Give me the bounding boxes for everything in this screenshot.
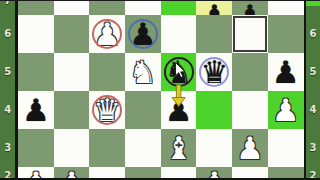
square-g4[interactable] bbox=[232, 91, 268, 129]
square-g3[interactable]: ♟ bbox=[232, 129, 268, 167]
white-bishop[interactable]: ♝ bbox=[161, 129, 197, 167]
board-right-border bbox=[303, 0, 306, 180]
white-pawn[interactable]: ♟ bbox=[268, 91, 304, 129]
square-d5[interactable]: ♞ bbox=[125, 53, 161, 91]
square-h4[interactable]: ♟ bbox=[268, 91, 304, 129]
white-queen[interactable]: ♛ bbox=[89, 91, 125, 129]
square-h3[interactable] bbox=[268, 129, 304, 167]
square-e6[interactable] bbox=[161, 15, 197, 53]
square-a3[interactable] bbox=[18, 129, 54, 167]
rank-label-3: 3 bbox=[0, 142, 16, 154]
square-f7[interactable]: ♟ bbox=[196, 0, 232, 15]
square-g5[interactable] bbox=[232, 53, 268, 91]
square-f3[interactable] bbox=[196, 129, 232, 167]
square-b4[interactable] bbox=[54, 91, 90, 129]
square-d4[interactable] bbox=[125, 91, 161, 129]
square-e4[interactable]: ♟ bbox=[161, 91, 197, 129]
white-knight[interactable]: ♞ bbox=[125, 53, 161, 91]
square-a6[interactable] bbox=[18, 15, 54, 53]
square-f5[interactable]: ♛ bbox=[196, 53, 232, 91]
square-c6[interactable]: ♟ bbox=[89, 15, 125, 53]
rank-coordinate-strip-right: 65432 bbox=[306, 0, 320, 180]
chess-board-screenshot: 765432 65432 ♟♟♟♟♞♞♛♟♟♛♟♟♝♟♟♟♟ bbox=[0, 0, 320, 180]
square-f4[interactable] bbox=[196, 91, 232, 129]
rank-label-5: 5 bbox=[306, 66, 320, 78]
black-pawn[interactable]: ♟ bbox=[232, 0, 268, 15]
rank-label-6: 6 bbox=[306, 28, 320, 40]
black-queen[interactable]: ♛ bbox=[196, 53, 232, 91]
square-d7[interactable] bbox=[125, 0, 161, 15]
square-b3[interactable] bbox=[54, 129, 90, 167]
rank-label-3: 3 bbox=[306, 142, 320, 154]
square-c7[interactable] bbox=[89, 0, 125, 15]
black-pawn[interactable]: ♟ bbox=[125, 15, 161, 53]
square-h5[interactable]: ♟ bbox=[268, 53, 304, 91]
square-g7[interactable]: ♟ bbox=[232, 0, 268, 15]
rank-label-6: 6 bbox=[0, 28, 16, 40]
square-c4[interactable]: ♛ bbox=[89, 91, 125, 129]
square-g6[interactable] bbox=[232, 15, 268, 53]
rank-label-4: 4 bbox=[306, 104, 320, 116]
square-b5[interactable] bbox=[54, 53, 90, 91]
square-c5[interactable] bbox=[89, 53, 125, 91]
black-pawn[interactable]: ♟ bbox=[196, 0, 232, 15]
white-pawn[interactable]: ♟ bbox=[89, 15, 125, 53]
black-pawn[interactable]: ♟ bbox=[161, 91, 197, 129]
black-pawn[interactable]: ♟ bbox=[18, 91, 54, 129]
bottom-edge-bar bbox=[0, 178, 320, 180]
black-knight[interactable]: ♞ bbox=[161, 53, 197, 91]
white-pawn[interactable]: ♟ bbox=[232, 129, 268, 167]
square-f6[interactable] bbox=[196, 15, 232, 53]
black-pawn[interactable]: ♟ bbox=[268, 53, 304, 91]
rank-coordinate-strip-left: 765432 bbox=[0, 0, 16, 180]
rank-label-5: 5 bbox=[0, 66, 16, 78]
square-e5[interactable]: ♞ bbox=[161, 53, 197, 91]
square-e3[interactable]: ♝ bbox=[161, 129, 197, 167]
square-h7[interactable] bbox=[268, 0, 304, 15]
square-b7[interactable] bbox=[54, 0, 90, 15]
square-a4[interactable]: ♟ bbox=[18, 91, 54, 129]
square-a5[interactable] bbox=[18, 53, 54, 91]
chess-board: ♟♟♟♟♞♞♛♟♟♛♟♟♝♟♟♟♟ bbox=[18, 0, 304, 180]
square-c3[interactable] bbox=[89, 129, 125, 167]
square-h6[interactable] bbox=[268, 15, 304, 53]
top-edge-line bbox=[0, 0, 320, 1]
rank-label-7: 7 bbox=[0, 0, 16, 7]
rank-label-4: 4 bbox=[0, 104, 16, 116]
square-d6[interactable]: ♟ bbox=[125, 15, 161, 53]
square-a7[interactable] bbox=[18, 0, 54, 15]
square-b6[interactable] bbox=[54, 15, 90, 53]
square-e7[interactable] bbox=[161, 0, 197, 15]
square-d3[interactable] bbox=[125, 129, 161, 167]
